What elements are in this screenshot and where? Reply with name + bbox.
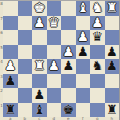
square-f4[interactable] bbox=[76, 59, 91, 74]
square-f6[interactable]: ♟ bbox=[76, 30, 91, 45]
square-f5[interactable]: ♟ bbox=[76, 45, 91, 60]
square-g5[interactable] bbox=[90, 45, 105, 60]
square-d7[interactable]: ♛ bbox=[47, 16, 62, 31]
file-label-g: g bbox=[90, 117, 105, 120]
square-h2[interactable] bbox=[105, 88, 120, 103]
square-e7[interactable] bbox=[61, 16, 76, 31]
square-d2[interactable] bbox=[47, 88, 62, 103]
black-pawn: ♟ bbox=[77, 45, 89, 60]
square-c8[interactable]: ♚ bbox=[32, 1, 47, 16]
square-c1[interactable]: ♝ bbox=[32, 103, 47, 118]
black-pawn: ♟ bbox=[106, 45, 118, 60]
square-h6[interactable] bbox=[105, 30, 120, 45]
square-a7[interactable] bbox=[3, 16, 18, 31]
square-b4[interactable] bbox=[18, 59, 33, 74]
square-g7[interactable]: ♟ bbox=[90, 16, 105, 31]
white-king: ♚ bbox=[33, 1, 45, 16]
white-rook: ♜ bbox=[33, 59, 45, 74]
white-pawn: ♟ bbox=[91, 16, 103, 31]
square-h8[interactable]: ♜ bbox=[105, 1, 120, 16]
square-c3[interactable] bbox=[32, 74, 47, 89]
square-c4[interactable]: ♜ bbox=[32, 59, 47, 74]
square-h3[interactable] bbox=[105, 74, 120, 89]
chess-diagram: 87654321 ♚♝♞♜♟♛♟♟♛♟♟♟♟♜♟♟♞♟♟♟♜♝♚♜ abcdef… bbox=[0, 0, 120, 120]
file-label-e: e bbox=[61, 117, 76, 120]
square-a8[interactable] bbox=[3, 1, 18, 16]
square-a5[interactable] bbox=[3, 45, 18, 60]
white-pawn: ♟ bbox=[4, 59, 16, 74]
square-b1[interactable] bbox=[18, 103, 33, 118]
black-knight: ♞ bbox=[91, 59, 103, 74]
square-e1[interactable]: ♚ bbox=[61, 103, 76, 118]
square-a6[interactable] bbox=[3, 30, 18, 45]
white-pawn: ♟ bbox=[48, 59, 60, 74]
square-h7[interactable] bbox=[105, 16, 120, 31]
square-g8[interactable]: ♞ bbox=[90, 1, 105, 16]
square-f1[interactable] bbox=[76, 103, 91, 118]
square-d8[interactable] bbox=[47, 1, 62, 16]
square-a2[interactable] bbox=[3, 88, 18, 103]
file-label-h: h bbox=[105, 117, 120, 120]
square-b7[interactable] bbox=[18, 16, 33, 31]
square-a3[interactable]: ♟ bbox=[3, 74, 18, 89]
white-pawn: ♟ bbox=[33, 16, 45, 31]
square-d1[interactable] bbox=[47, 103, 62, 118]
square-g2[interactable] bbox=[90, 88, 105, 103]
square-a4[interactable]: ♟ bbox=[3, 59, 18, 74]
square-e5[interactable]: ♟ bbox=[61, 45, 76, 60]
square-f2[interactable] bbox=[76, 88, 91, 103]
square-b6[interactable] bbox=[18, 30, 33, 45]
square-a1[interactable]: ♜ bbox=[3, 103, 18, 118]
file-label-d: d bbox=[47, 117, 62, 120]
white-pawn: ♟ bbox=[62, 45, 74, 60]
square-c5[interactable] bbox=[32, 45, 47, 60]
black-pawn: ♟ bbox=[4, 74, 16, 89]
white-queen: ♛ bbox=[48, 16, 60, 31]
square-c6[interactable] bbox=[32, 30, 47, 45]
white-knight: ♞ bbox=[91, 1, 103, 16]
black-queen: ♛ bbox=[91, 30, 103, 45]
square-e8[interactable] bbox=[61, 1, 76, 16]
square-b8[interactable] bbox=[18, 1, 33, 16]
black-pawn: ♟ bbox=[33, 88, 45, 103]
file-label-a: a bbox=[3, 117, 18, 120]
square-g4[interactable]: ♞ bbox=[90, 59, 105, 74]
square-f3[interactable] bbox=[76, 74, 91, 89]
square-d4[interactable]: ♟ bbox=[47, 59, 62, 74]
black-rook: ♜ bbox=[4, 103, 16, 118]
white-rook: ♜ bbox=[106, 1, 118, 16]
square-b3[interactable] bbox=[18, 74, 33, 89]
square-g1[interactable] bbox=[90, 103, 105, 118]
square-f7[interactable] bbox=[76, 16, 91, 31]
square-b5[interactable] bbox=[18, 45, 33, 60]
black-pawn: ♟ bbox=[106, 59, 118, 74]
square-b2[interactable] bbox=[18, 88, 33, 103]
square-h5[interactable]: ♟ bbox=[105, 45, 120, 60]
black-pawn: ♟ bbox=[62, 59, 74, 74]
square-c2[interactable]: ♟ bbox=[32, 88, 47, 103]
square-e3[interactable] bbox=[61, 74, 76, 89]
chess-board: ♚♝♞♜♟♛♟♟♛♟♟♟♟♜♟♟♞♟♟♟♜♝♚♜ bbox=[3, 1, 119, 117]
square-c7[interactable]: ♟ bbox=[32, 16, 47, 31]
black-rook: ♜ bbox=[106, 103, 118, 118]
black-king: ♚ bbox=[62, 103, 74, 118]
white-pawn: ♟ bbox=[77, 30, 89, 45]
square-h1[interactable]: ♜ bbox=[105, 103, 120, 118]
square-e2[interactable] bbox=[61, 88, 76, 103]
square-f8[interactable]: ♝ bbox=[76, 1, 91, 16]
square-d3[interactable] bbox=[47, 74, 62, 89]
square-d6[interactable] bbox=[47, 30, 62, 45]
square-e6[interactable] bbox=[61, 30, 76, 45]
file-label-f: f bbox=[76, 117, 91, 120]
square-g6[interactable]: ♛ bbox=[90, 30, 105, 45]
square-d5[interactable] bbox=[47, 45, 62, 60]
file-label-c: c bbox=[32, 117, 47, 120]
file-label-b: b bbox=[18, 117, 33, 120]
square-h4[interactable]: ♟ bbox=[105, 59, 120, 74]
white-bishop: ♝ bbox=[77, 1, 89, 16]
file-labels: abcdefgh bbox=[3, 117, 119, 120]
black-bishop: ♝ bbox=[33, 103, 45, 118]
square-g3[interactable] bbox=[90, 74, 105, 89]
square-e4[interactable]: ♟ bbox=[61, 59, 76, 74]
